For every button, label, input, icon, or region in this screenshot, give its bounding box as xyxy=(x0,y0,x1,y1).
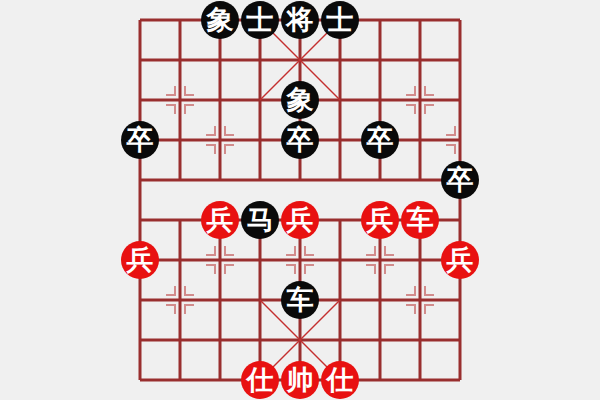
piece-black-advisor[interactable]: 士 xyxy=(241,1,279,39)
piece-black-soldier[interactable]: 卒 xyxy=(361,121,399,159)
xiangqi-board: 象士将士象卒卒卒卒兵马兵兵车兵兵车仕帅仕 xyxy=(0,0,600,400)
piece-red-general[interactable]: 帅 xyxy=(281,361,319,399)
piece-black-elephant[interactable]: 象 xyxy=(281,81,319,119)
piece-red-chariot[interactable]: 车 xyxy=(401,201,439,239)
piece-black-horse[interactable]: 马 xyxy=(241,201,279,239)
piece-black-elephant[interactable]: 象 xyxy=(201,1,239,39)
piece-red-soldier[interactable]: 兵 xyxy=(281,201,319,239)
piece-black-chariot[interactable]: 车 xyxy=(281,281,319,319)
pieces-layer: 象士将士象卒卒卒卒兵马兵兵车兵兵车仕帅仕 xyxy=(120,0,480,400)
piece-red-soldier[interactable]: 兵 xyxy=(201,201,239,239)
piece-red-soldier[interactable]: 兵 xyxy=(361,201,399,239)
piece-red-soldier[interactable]: 兵 xyxy=(441,241,479,279)
piece-red-soldier[interactable]: 兵 xyxy=(121,241,159,279)
piece-black-soldier[interactable]: 卒 xyxy=(281,121,319,159)
piece-black-soldier[interactable]: 卒 xyxy=(441,161,479,199)
piece-black-advisor[interactable]: 士 xyxy=(321,1,359,39)
piece-red-advisor[interactable]: 仕 xyxy=(321,361,359,399)
piece-black-general[interactable]: 将 xyxy=(281,1,319,39)
piece-red-advisor[interactable]: 仕 xyxy=(241,361,279,399)
piece-black-soldier[interactable]: 卒 xyxy=(121,121,159,159)
